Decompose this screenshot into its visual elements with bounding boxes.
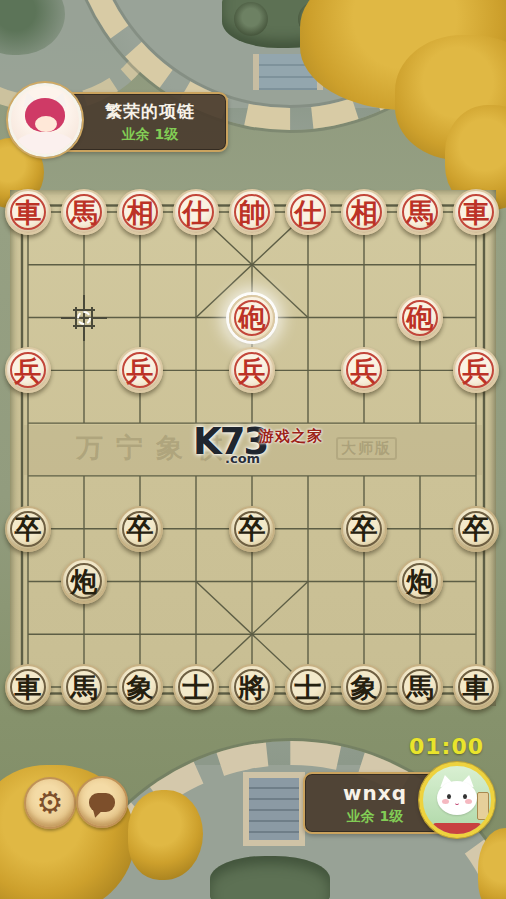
game-screen: 車馬相仕帥仕相馬車砲砲兵兵兵兵兵卒卒卒卒卒炮炮車馬象士將士象馬車 万宁象棋 大师… — [0, 0, 506, 899]
cat-cheek-left — [442, 799, 449, 804]
piece-black-卒[interactable]: 卒 — [341, 506, 387, 552]
chat-bubble-icon — [89, 793, 115, 812]
settings-button[interactable]: ⚙ — [24, 777, 76, 829]
move-timer: 01:00 — [392, 734, 484, 759]
watermark-tagline: 游戏之家 — [259, 427, 323, 446]
watermark-suffix: .com — [225, 451, 260, 466]
piece-black-象[interactable]: 象 — [117, 664, 163, 710]
piece-red-兵[interactable]: 兵 — [341, 347, 387, 393]
piece-red-兵[interactable]: 兵 — [5, 347, 51, 393]
piece-red-兵[interactable]: 兵 — [453, 347, 499, 393]
cat-eye-left — [447, 794, 451, 799]
cat-head — [437, 781, 477, 815]
piece-red-相[interactable]: 相 — [341, 189, 387, 235]
opponent-plate: 繁荣的项链 业余 1级 — [58, 92, 228, 152]
cat-mouth — [455, 801, 459, 805]
piece-red-相[interactable]: 相 — [117, 189, 163, 235]
last-move-origin-marker — [61, 295, 107, 341]
player-rank: 业余 1级 — [347, 808, 404, 826]
avatar-face — [35, 116, 57, 132]
player-avatar[interactable] — [419, 762, 495, 838]
opponent-name: 繁荣的项链 — [105, 100, 195, 123]
carved-emblem-bottom — [210, 856, 330, 899]
gear-icon: ⚙ — [37, 788, 64, 818]
cat-table — [433, 823, 481, 834]
opponent-rank: 业余 1级 — [122, 126, 179, 144]
piece-black-卒[interactable]: 卒 — [117, 506, 163, 552]
arch-window — [243, 772, 305, 846]
piece-red-砲[interactable]: 砲 — [397, 295, 443, 341]
piece-red-車[interactable]: 車 — [453, 189, 499, 235]
piece-black-車[interactable]: 車 — [5, 664, 51, 710]
piece-red-車[interactable]: 車 — [5, 189, 51, 235]
piece-black-炮[interactable]: 炮 — [397, 558, 443, 604]
piece-black-車[interactable]: 車 — [453, 664, 499, 710]
opponent-avatar[interactable] — [8, 83, 82, 157]
piece-black-卒[interactable]: 卒 — [5, 506, 51, 552]
player-name: wnxq — [343, 781, 407, 805]
cat-cheek-right — [465, 799, 472, 804]
river-text-right: 大师版 — [336, 437, 397, 460]
piece-black-炮[interactable]: 炮 — [61, 558, 107, 604]
lucky-cat-sign — [477, 792, 489, 820]
piece-black-象[interactable]: 象 — [341, 664, 387, 710]
piece-red-馬[interactable]: 馬 — [397, 189, 443, 235]
piece-red-兵[interactable]: 兵 — [117, 347, 163, 393]
piece-red-帥[interactable]: 帥 — [229, 189, 275, 235]
piece-black-士[interactable]: 士 — [173, 664, 219, 710]
piece-red-馬[interactable]: 馬 — [61, 189, 107, 235]
piece-red-仕[interactable]: 仕 — [173, 189, 219, 235]
piece-black-卒[interactable]: 卒 — [229, 506, 275, 552]
piece-black-馬[interactable]: 馬 — [397, 664, 443, 710]
chat-button[interactable] — [76, 776, 128, 828]
piece-black-卒[interactable]: 卒 — [453, 506, 499, 552]
k73-watermark: K73 游戏之家 .com — [193, 424, 343, 468]
piece-red-仕[interactable]: 仕 — [285, 189, 331, 235]
piece-red-砲[interactable]: 砲 — [229, 295, 275, 341]
piece-black-士[interactable]: 士 — [285, 664, 331, 710]
piece-red-兵[interactable]: 兵 — [229, 347, 275, 393]
piece-black-將[interactable]: 將 — [229, 664, 275, 710]
piece-black-馬[interactable]: 馬 — [61, 664, 107, 710]
